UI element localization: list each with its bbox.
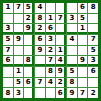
cell-r8c4[interactable]: 7	[35, 78, 45, 88]
cell-r8c8[interactable]	[78, 78, 88, 88]
cell-r9c5[interactable]	[46, 88, 56, 98]
cell-r4c4[interactable]: 6	[35, 35, 45, 45]
cell-r3c1[interactable]: 3	[3, 24, 13, 34]
sudoku-board: 1754682817353926159634779215687493189565…	[0, 0, 101, 101]
cell-r2c6[interactable]: 7	[56, 14, 66, 24]
cell-r2c1[interactable]	[3, 14, 13, 24]
cell-r6c4[interactable]	[35, 56, 45, 66]
cell-r7c4[interactable]	[35, 67, 45, 77]
cell-r8c9[interactable]	[88, 78, 98, 88]
cell-r8c1[interactable]	[3, 78, 13, 88]
cell-r2c5[interactable]: 1	[46, 14, 56, 24]
cell-r5c1[interactable]: 7	[3, 46, 13, 56]
cell-r6c5[interactable]: 7	[46, 56, 56, 66]
cell-r8c2[interactable]: 5	[14, 78, 24, 88]
cell-r9c8[interactable]: 7	[78, 88, 88, 98]
cell-r5c6[interactable]: 1	[56, 46, 66, 56]
cell-r9c2[interactable]: 3	[14, 88, 24, 98]
cell-r1c3[interactable]: 5	[24, 3, 34, 13]
cell-r8c3[interactable]: 6	[24, 78, 34, 88]
cell-r9c7[interactable]: 9	[67, 88, 77, 98]
cell-r7c8[interactable]	[78, 67, 88, 77]
cell-r4c5[interactable]: 3	[46, 35, 56, 45]
cell-r2c3[interactable]: 2	[24, 14, 34, 24]
cell-r5c9[interactable]: 5	[88, 46, 98, 56]
cell-r3c9[interactable]	[88, 24, 98, 34]
cell-r8c5[interactable]: 4	[46, 78, 56, 88]
cell-r7c6[interactable]: 9	[56, 67, 66, 77]
cell-r3c2[interactable]	[14, 24, 24, 34]
cell-r7c7[interactable]: 5	[67, 67, 77, 77]
cell-r5c5[interactable]: 2	[46, 46, 56, 56]
cell-r9c3[interactable]	[24, 88, 34, 98]
cell-r7c5[interactable]: 8	[46, 67, 56, 77]
cell-r2c9[interactable]	[88, 14, 98, 24]
cell-r3c8[interactable]: 1	[78, 24, 88, 34]
cell-r5c4[interactable]: 9	[35, 46, 45, 56]
cell-r4c1[interactable]: 5	[3, 35, 13, 45]
cell-r8c7[interactable]: 8	[67, 78, 77, 88]
cell-r1c4[interactable]: 4	[35, 3, 45, 13]
cell-r1c9[interactable]: 8	[88, 3, 98, 13]
cell-r6c7[interactable]	[67, 56, 77, 66]
cell-r6c9[interactable]: 3	[88, 56, 98, 66]
cell-r5c3[interactable]	[24, 46, 34, 56]
cell-r4c8[interactable]	[78, 35, 88, 45]
cell-r4c6[interactable]	[56, 35, 66, 45]
cell-r6c2[interactable]	[14, 56, 24, 66]
cell-r1c1[interactable]: 1	[3, 3, 13, 13]
cell-r3c6[interactable]	[56, 24, 66, 34]
cell-r7c3[interactable]	[24, 67, 34, 77]
cell-r1c7[interactable]	[67, 3, 77, 13]
cell-r9c1[interactable]: 8	[3, 88, 13, 98]
cell-r3c5[interactable]: 6	[46, 24, 56, 34]
cell-r5c8[interactable]	[78, 46, 88, 56]
cell-r1c2[interactable]: 7	[14, 3, 24, 13]
cell-r1c6[interactable]	[56, 3, 66, 13]
cell-r3c3[interactable]: 9	[24, 24, 34, 34]
cell-r3c7[interactable]	[67, 24, 77, 34]
cell-r6c3[interactable]: 8	[24, 56, 34, 66]
cell-r2c8[interactable]: 5	[78, 14, 88, 24]
cell-r4c9[interactable]: 7	[88, 35, 98, 45]
cell-r2c2[interactable]	[14, 14, 24, 24]
cell-r9c6[interactable]: 6	[56, 88, 66, 98]
cell-r6c1[interactable]: 6	[3, 56, 13, 66]
cell-r8c6[interactable]: 2	[56, 78, 66, 88]
cell-r2c7[interactable]: 3	[67, 14, 77, 24]
cell-r7c1[interactable]	[3, 67, 13, 77]
cell-r2c4[interactable]: 8	[35, 14, 45, 24]
cell-r6c8[interactable]: 9	[78, 56, 88, 66]
cell-r7c2[interactable]: 1	[14, 67, 24, 77]
cell-r6c6[interactable]: 4	[56, 56, 66, 66]
cell-r7c9[interactable]: 6	[88, 67, 98, 77]
cell-r9c4[interactable]	[35, 88, 45, 98]
cell-r4c2[interactable]: 9	[14, 35, 24, 45]
cell-r4c7[interactable]: 4	[67, 35, 77, 45]
cell-r1c5[interactable]	[46, 3, 56, 13]
cell-r5c2[interactable]	[14, 46, 24, 56]
cell-r5c7[interactable]	[67, 46, 77, 56]
cell-r9c9[interactable]: 2	[88, 88, 98, 98]
cell-r4c3[interactable]	[24, 35, 34, 45]
cell-r3c4[interactable]: 2	[35, 24, 45, 34]
cell-r1c8[interactable]: 6	[78, 3, 88, 13]
